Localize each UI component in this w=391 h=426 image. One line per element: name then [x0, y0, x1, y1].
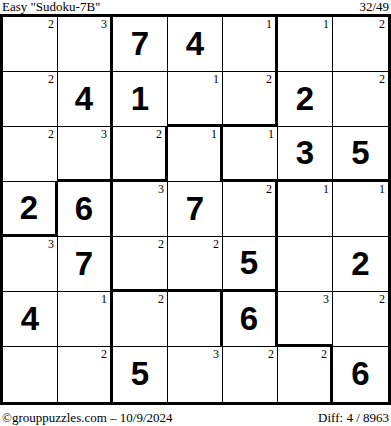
given-digit: 1 — [131, 82, 149, 117]
given-digit: 6 — [351, 357, 369, 392]
corner-mark: 1 — [323, 182, 329, 196]
page-header: Easy "Sudoku-7B" 32/49 — [0, 0, 391, 14]
cell-r5c7[interactable]: 2 — [333, 237, 388, 292]
cell-r4c7[interactable]: 1 — [333, 182, 388, 237]
copyright-date: ©grouppuzzles.com – 10/9/2024 — [2, 410, 173, 426]
cell-r2c4[interactable]: 1 — [168, 72, 223, 127]
cell-r1c1[interactable]: 2 — [3, 17, 58, 72]
given-digit: 2 — [351, 247, 369, 282]
given-digit: 5 — [240, 246, 258, 281]
cell-r6c5[interactable]: 6 — [223, 292, 278, 347]
cell-r5c6[interactable] — [278, 237, 333, 292]
corner-mark: 2 — [321, 347, 327, 361]
cell-r7c7[interactable]: 6 — [333, 347, 388, 402]
corner-mark: 3 — [323, 292, 329, 306]
corner-mark: 2 — [158, 237, 164, 251]
given-digit: 6 — [240, 302, 258, 337]
cell-r3c6[interactable]: 3 — [278, 127, 333, 182]
cell-r4c5[interactable]: 2 — [223, 182, 278, 237]
cell-r6c6[interactable]: 3 — [278, 292, 333, 347]
cell-r5c5[interactable]: 5 — [223, 237, 278, 292]
cell-r6c4[interactable] — [168, 292, 223, 347]
cell-r2c1[interactable]: 2 — [3, 72, 58, 127]
cell-r1c5[interactable]: 1 — [223, 17, 278, 72]
cell-r6c7[interactable]: 2 — [333, 292, 388, 347]
given-digit: 7 — [75, 247, 93, 282]
cell-r1c3[interactable]: 7 — [113, 17, 168, 72]
corner-mark: 2 — [158, 292, 164, 306]
cell-r4c6[interactable]: 1 — [278, 182, 333, 237]
corner-mark: 2 — [213, 237, 219, 251]
corner-mark: 2 — [266, 182, 272, 196]
given-digit: 2 — [20, 191, 38, 226]
cell-r2c7[interactable]: 2 — [333, 72, 388, 127]
corner-mark: 3 — [213, 347, 219, 361]
corner-mark: 2 — [48, 17, 54, 31]
cell-r5c4[interactable]: 2 — [168, 237, 223, 292]
given-digit: 7 — [131, 27, 149, 62]
cell-r4c2[interactable]: 6 — [58, 182, 113, 237]
cell-r1c2[interactable]: 3 — [58, 17, 113, 72]
corner-mark: 2 — [156, 127, 162, 141]
given-digit: 6 — [75, 192, 93, 227]
cell-r2c6[interactable]: 2 — [278, 72, 333, 127]
corner-mark: 2 — [379, 17, 385, 31]
cell-r7c4[interactable]: 3 — [168, 347, 223, 402]
cell-r7c3[interactable]: 5 — [113, 347, 168, 402]
given-digit: 4 — [75, 82, 93, 117]
corner-mark: 1 — [211, 127, 217, 141]
cell-r7c2[interactable]: 2 — [58, 347, 113, 402]
corner-mark: 2 — [379, 292, 385, 306]
corner-mark: 2 — [266, 72, 272, 86]
given-digit: 4 — [21, 302, 39, 337]
cell-r6c3[interactable]: 2 — [113, 292, 168, 347]
cell-r1c4[interactable]: 4 — [168, 17, 223, 72]
cell-r3c2[interactable]: 3 — [58, 127, 113, 182]
cell-r2c2[interactable]: 4 — [58, 72, 113, 127]
corner-mark: 2 — [379, 72, 385, 86]
given-digit: 7 — [186, 192, 204, 227]
corner-mark: 1 — [268, 127, 274, 141]
corner-mark: 2 — [48, 72, 54, 86]
cell-r3c5[interactable]: 1 — [223, 127, 278, 182]
cell-r5c2[interactable]: 7 — [58, 237, 113, 292]
cell-r3c7[interactable]: 5 — [333, 127, 388, 182]
cell-r1c7[interactable]: 2 — [333, 17, 388, 72]
given-digit: 3 — [296, 136, 314, 171]
cell-r6c1[interactable]: 4 — [3, 292, 58, 347]
cell-r7c6[interactable]: 2 — [278, 347, 333, 402]
cell-r2c3[interactable]: 1 — [113, 72, 168, 127]
given-digit: 5 — [131, 357, 149, 392]
cell-r5c3[interactable]: 2 — [113, 237, 168, 292]
cell-r5c1[interactable]: 3 — [3, 237, 58, 292]
cell-r1c6[interactable]: 1 — [278, 17, 333, 72]
corner-mark: 2 — [48, 127, 54, 141]
cell-r3c1[interactable]: 2 — [3, 127, 58, 182]
cell-counter: 32/49 — [359, 0, 389, 14]
cell-r7c1[interactable] — [3, 347, 58, 402]
corner-mark: 3 — [48, 237, 54, 251]
corner-mark: 3 — [101, 17, 107, 31]
difficulty-label: Diff: 4 / 8963 — [318, 410, 389, 426]
cell-r3c4[interactable]: 1 — [168, 127, 223, 182]
corner-mark: 1 — [266, 17, 272, 31]
corner-mark: 1 — [323, 17, 329, 31]
cell-r4c1[interactable]: 2 — [3, 182, 58, 237]
cell-r4c3[interactable]: 3 — [113, 182, 168, 237]
cell-r2c5[interactable]: 2 — [223, 72, 278, 127]
corner-mark: 1 — [213, 72, 219, 86]
cell-r7c5[interactable]: 2 — [223, 347, 278, 402]
corner-mark: 1 — [101, 292, 107, 306]
given-digit: 5 — [351, 136, 369, 171]
puzzle-title: Easy "Sudoku-7B" — [2, 0, 100, 14]
corner-mark: 1 — [379, 182, 385, 196]
sudoku-grid: 2374112241122223211352637211372252412632… — [0, 14, 391, 405]
cell-r3c3[interactable]: 2 — [113, 127, 168, 182]
cell-r4c4[interactable]: 7 — [168, 182, 223, 237]
corner-mark: 3 — [101, 127, 107, 141]
given-digit: 2 — [296, 82, 314, 117]
corner-mark: 3 — [158, 182, 164, 196]
corner-mark: 2 — [268, 347, 274, 361]
cell-r6c2[interactable]: 1 — [58, 292, 113, 347]
given-digit: 4 — [186, 27, 204, 62]
page-footer: ©grouppuzzles.com – 10/9/2024 Diff: 4 / … — [0, 405, 391, 426]
corner-mark: 2 — [101, 347, 107, 361]
